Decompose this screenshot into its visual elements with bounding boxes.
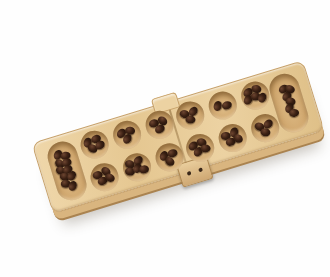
clasp-screw-dot bbox=[198, 167, 203, 172]
seed bbox=[163, 155, 176, 167]
mancala-board bbox=[31, 60, 324, 214]
seed bbox=[185, 115, 195, 123]
clasp-screw-dot bbox=[187, 171, 192, 176]
product-photo-scene bbox=[0, 0, 330, 277]
seed bbox=[221, 100, 233, 111]
seed bbox=[288, 108, 299, 117]
seed bbox=[260, 127, 271, 137]
seed bbox=[200, 144, 210, 152]
seed bbox=[138, 165, 149, 174]
